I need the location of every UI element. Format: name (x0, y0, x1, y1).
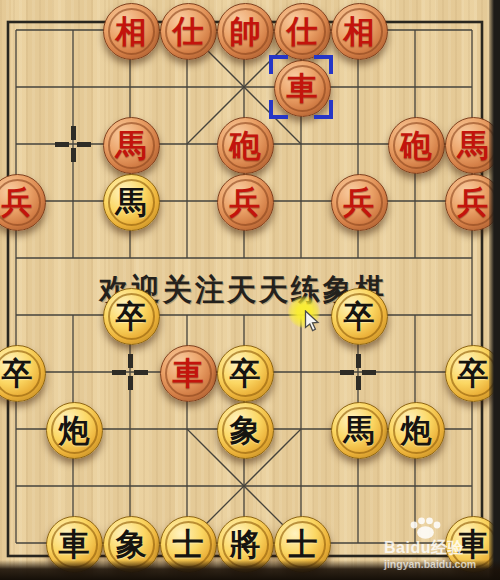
piece-black-elephant[interactable]: 象 (217, 402, 274, 459)
point-marker (55, 126, 91, 162)
piece-red-elephant[interactable]: 相 (331, 3, 388, 60)
piece-red-elephant[interactable]: 相 (103, 3, 160, 60)
piece-red-advisor[interactable]: 仕 (274, 3, 331, 60)
piece-red-soldier[interactable]: 兵 (331, 174, 388, 231)
piece-red-chariot[interactable]: 車 (160, 345, 217, 402)
xiangqi-board: 欢迎关注天天练象棋 相仕帥仕相車馬砲砲馬兵馬兵兵兵卒卒卒車卒卒炮象馬炮車象士將士… (0, 0, 500, 580)
piece-black-soldier[interactable]: 卒 (217, 345, 274, 402)
piece-black-soldier[interactable]: 卒 (331, 288, 388, 345)
piece-red-advisor[interactable]: 仕 (160, 3, 217, 60)
piece-black-horse[interactable]: 馬 (331, 402, 388, 459)
baidu-logo-text: Baidu经验 (384, 538, 464, 559)
piece-red-general[interactable]: 帥 (217, 3, 274, 60)
piece-black-cannon[interactable]: 炮 (46, 402, 103, 459)
mouse-cursor-icon (304, 310, 322, 332)
piece-red-cannon[interactable]: 砲 (217, 117, 274, 174)
baidu-paw-icon (402, 516, 448, 540)
selection-brackets (269, 55, 333, 119)
screen-edge-strip-right (489, 0, 500, 580)
point-marker (340, 354, 376, 390)
baidu-url-text: jingyan.baidu.com (384, 558, 476, 570)
piece-red-soldier[interactable]: 兵 (217, 174, 274, 231)
piece-black-horse[interactable]: 馬 (103, 174, 160, 231)
piece-black-cannon[interactable]: 炮 (388, 402, 445, 459)
piece-red-horse[interactable]: 馬 (103, 117, 160, 174)
piece-red-cannon[interactable]: 砲 (388, 117, 445, 174)
piece-black-soldier[interactable]: 卒 (103, 288, 160, 345)
point-marker (112, 354, 148, 390)
